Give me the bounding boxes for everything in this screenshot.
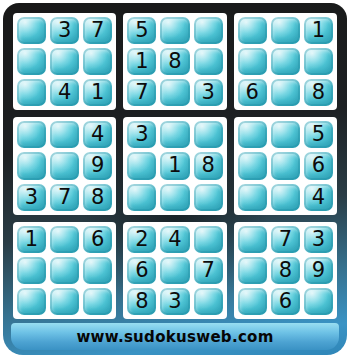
cell-r3c9[interactable]: 8 [304,79,333,106]
cell-r4c6[interactable] [194,121,223,148]
cell-r5c1[interactable] [17,152,46,179]
cell-r9c2[interactable] [50,288,79,315]
cell-r5c3[interactable]: 9 [83,152,112,179]
cell-r7c3[interactable]: 6 [83,226,112,253]
cell-r1c3[interactable]: 7 [83,17,112,44]
cell-r7c7[interactable] [238,226,267,253]
cell-r4c1[interactable] [17,121,46,148]
cell-r2c4[interactable]: 1 [127,48,156,75]
site-watermark: www.sudokusweb.com [76,328,273,346]
cell-r7c8[interactable]: 7 [271,226,300,253]
cell-r4c8[interactable] [271,121,300,148]
box-7: 16 [13,222,116,319]
cell-r1c2[interactable]: 3 [50,17,79,44]
cell-r8c1[interactable] [17,257,46,284]
cell-r7c9[interactable]: 3 [304,226,333,253]
cell-r2c9[interactable] [304,48,333,75]
cell-r8c8[interactable]: 8 [271,257,300,284]
cell-r6c6[interactable] [194,184,223,211]
cell-r8c6[interactable]: 7 [194,257,223,284]
sudoku-page: 374151873168493783185641624678373896 www… [0,0,350,360]
cell-r9c4[interactable]: 8 [127,288,156,315]
cell-r5c5[interactable]: 1 [160,152,189,179]
cell-r8c2[interactable] [50,257,79,284]
cell-r5c2[interactable] [50,152,79,179]
cell-r4c9[interactable]: 5 [304,121,333,148]
cell-r6c2[interactable]: 7 [50,184,79,211]
cell-r3c8[interactable] [271,79,300,106]
cell-r7c2[interactable] [50,226,79,253]
cell-r3c5[interactable] [160,79,189,106]
box-2: 51873 [123,13,226,110]
cell-r9c3[interactable] [83,288,112,315]
cell-r7c4[interactable]: 2 [127,226,156,253]
box-8: 246783 [123,222,226,319]
cell-r9c8[interactable]: 6 [271,288,300,315]
box-1: 3741 [13,13,116,110]
cell-r4c3[interactable]: 4 [83,121,112,148]
cell-r3c3[interactable]: 1 [83,79,112,106]
cell-r2c6[interactable] [194,48,223,75]
cell-r5c4[interactable] [127,152,156,179]
cell-r9c7[interactable] [238,288,267,315]
cell-r1c9[interactable]: 1 [304,17,333,44]
cell-r4c7[interactable] [238,121,267,148]
cell-r8c7[interactable] [238,257,267,284]
cell-r7c1[interactable]: 1 [17,226,46,253]
cell-r7c5[interactable]: 4 [160,226,189,253]
cell-r3c6[interactable]: 3 [194,79,223,106]
cell-r8c4[interactable]: 6 [127,257,156,284]
cell-r9c6[interactable] [194,288,223,315]
cell-r1c7[interactable] [238,17,267,44]
watermark-band: www.sudokusweb.com [11,323,339,350]
cell-r5c8[interactable] [271,152,300,179]
cell-r1c6[interactable] [194,17,223,44]
cell-r6c1[interactable]: 3 [17,184,46,211]
cell-r2c7[interactable] [238,48,267,75]
cell-r6c7[interactable] [238,184,267,211]
sudoku-board-frame: 374151873168493783185641624678373896 www… [3,3,347,355]
cell-r8c9[interactable]: 9 [304,257,333,284]
cell-r8c3[interactable] [83,257,112,284]
cell-r9c9[interactable] [304,288,333,315]
cell-r4c2[interactable] [50,121,79,148]
cell-r6c3[interactable]: 8 [83,184,112,211]
sudoku-board: 374151873168493783185641624678373896 [13,13,337,319]
cell-r5c9[interactable]: 6 [304,152,333,179]
cell-r5c7[interactable] [238,152,267,179]
cell-r8c5[interactable] [160,257,189,284]
cell-r5c6[interactable]: 8 [194,152,223,179]
cell-r1c5[interactable] [160,17,189,44]
box-4: 49378 [13,117,116,214]
cell-r2c3[interactable] [83,48,112,75]
cell-r3c1[interactable] [17,79,46,106]
box-3: 168 [234,13,337,110]
cell-r9c1[interactable] [17,288,46,315]
cell-r3c7[interactable]: 6 [238,79,267,106]
box-5: 318 [123,117,226,214]
cell-r1c1[interactable] [17,17,46,44]
cell-r3c4[interactable]: 7 [127,79,156,106]
box-9: 73896 [234,222,337,319]
cell-r2c2[interactable] [50,48,79,75]
cell-r2c1[interactable] [17,48,46,75]
cell-r2c5[interactable]: 8 [160,48,189,75]
cell-r4c4[interactable]: 3 [127,121,156,148]
cell-r6c8[interactable] [271,184,300,211]
cell-r6c5[interactable] [160,184,189,211]
cell-r1c4[interactable]: 5 [127,17,156,44]
cell-r9c5[interactable]: 3 [160,288,189,315]
cell-r6c4[interactable] [127,184,156,211]
cell-r3c2[interactable]: 4 [50,79,79,106]
cell-r2c8[interactable] [271,48,300,75]
box-6: 564 [234,117,337,214]
cell-r4c5[interactable] [160,121,189,148]
cell-r6c9[interactable]: 4 [304,184,333,211]
cell-r1c8[interactable] [271,17,300,44]
cell-r7c6[interactable] [194,226,223,253]
